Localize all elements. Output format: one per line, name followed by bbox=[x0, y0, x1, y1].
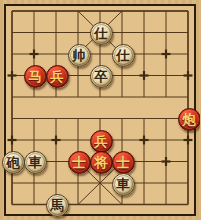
piece-red-horse[interactable]: 马 bbox=[24, 65, 47, 88]
piece-red-pawn[interactable]: 兵 bbox=[46, 65, 69, 88]
piece-ivory-chariot[interactable]: 車 bbox=[24, 151, 47, 174]
piece-red-advisor[interactable]: 士 bbox=[68, 151, 91, 174]
piece-red-advisor[interactable]: 士 bbox=[112, 151, 135, 174]
piece-ivory-horse[interactable]: 馬 bbox=[46, 194, 69, 217]
pieces-layer: 仕帅仕马兵卒炮兵砲車士将士車馬 bbox=[0, 0, 200, 220]
piece-ivory-advisor[interactable]: 仕 bbox=[112, 44, 135, 67]
piece-ivory-advisor[interactable]: 仕 bbox=[90, 22, 113, 45]
piece-ivory-chariot[interactable]: 車 bbox=[112, 173, 135, 196]
piece-ivory-pawn[interactable]: 卒 bbox=[90, 65, 113, 88]
piece-red-cannon[interactable]: 炮 bbox=[178, 108, 201, 131]
piece-ivory-cannon[interactable]: 砲 bbox=[2, 151, 25, 174]
piece-red-pawn[interactable]: 兵 bbox=[90, 130, 113, 153]
piece-red-king[interactable]: 将 bbox=[90, 151, 113, 174]
xiangqi-board: 仕帅仕马兵卒炮兵砲車士将士車馬 bbox=[0, 0, 200, 220]
piece-ivory-king[interactable]: 帅 bbox=[68, 44, 91, 67]
